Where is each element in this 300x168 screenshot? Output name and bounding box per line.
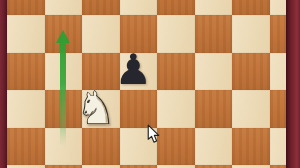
board-square[interactable] — [195, 0, 233, 15]
white-knight[interactable]: ♞♘ — [77, 90, 115, 128]
board-square[interactable] — [232, 53, 270, 91]
chess-board-viewport: ♞♘♟ — [0, 0, 300, 168]
mouse-cursor-icon — [147, 124, 160, 144]
board-square[interactable] — [232, 128, 270, 166]
board-square[interactable] — [7, 128, 45, 166]
board-square[interactable] — [157, 15, 195, 53]
board-square[interactable] — [7, 165, 45, 168]
board-square[interactable] — [7, 15, 45, 53]
white-knight-glyph: ♘ — [77, 89, 115, 127]
board-square[interactable] — [232, 15, 270, 53]
board-square[interactable] — [157, 165, 195, 168]
black-pawn-glyph: ♟ — [115, 52, 153, 90]
board-square[interactable] — [7, 90, 45, 128]
board-square[interactable] — [82, 0, 120, 15]
board-square[interactable] — [45, 0, 83, 15]
board-square[interactable] — [157, 90, 195, 128]
board-frame-right — [286, 0, 300, 168]
board-square[interactable] — [232, 0, 270, 15]
black-pawn[interactable]: ♟ — [115, 53, 153, 91]
hint-arrow-head — [56, 30, 70, 43]
board-square[interactable] — [232, 90, 270, 128]
board-square[interactable] — [195, 53, 233, 91]
board-square[interactable] — [157, 0, 195, 15]
board-square[interactable] — [45, 165, 83, 168]
board-square[interactable] — [232, 165, 270, 168]
board-square[interactable] — [120, 90, 158, 128]
hint-arrow-shaft — [60, 42, 66, 146]
board-square[interactable] — [157, 128, 195, 166]
board-square[interactable] — [7, 53, 45, 91]
board-square[interactable] — [157, 53, 195, 91]
board-square[interactable] — [7, 0, 45, 15]
board-square[interactable] — [195, 90, 233, 128]
board-square[interactable] — [82, 165, 120, 168]
board-square[interactable] — [195, 165, 233, 168]
board-frame-left — [0, 0, 7, 168]
board-square[interactable] — [120, 0, 158, 15]
board-square[interactable] — [120, 165, 158, 168]
board-square[interactable] — [195, 15, 233, 53]
board-square[interactable] — [195, 128, 233, 166]
